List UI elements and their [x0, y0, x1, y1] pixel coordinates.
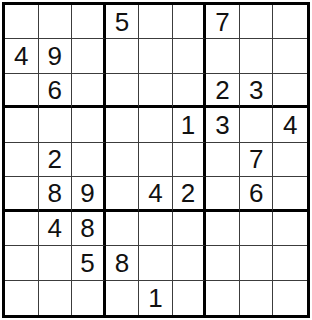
cell-r2c3[interactable]: [72, 39, 106, 73]
cell-r1c4[interactable]: 5: [106, 5, 140, 39]
sudoku-page: 5749623134278942648581: [0, 0, 312, 320]
cell-r6c4[interactable]: [106, 177, 140, 211]
cell-r4c5[interactable]: [139, 108, 173, 142]
cell-r8c2[interactable]: [39, 246, 73, 280]
cell-r2c4[interactable]: [106, 39, 140, 73]
cell-r9c1[interactable]: [5, 281, 39, 315]
cell-r1c8[interactable]: [240, 5, 274, 39]
cell-r6c2[interactable]: 8: [39, 177, 73, 211]
cell-r1c9[interactable]: [273, 5, 307, 39]
cell-r6c3[interactable]: 9: [72, 177, 106, 211]
cell-r4c4[interactable]: [106, 108, 140, 142]
cell-r9c2[interactable]: [39, 281, 73, 315]
cell-r4c8[interactable]: [240, 108, 274, 142]
cell-r4c6[interactable]: 1: [173, 108, 207, 142]
cell-r9c8[interactable]: [240, 281, 274, 315]
cell-r6c9[interactable]: [273, 177, 307, 211]
cell-r2c6[interactable]: [173, 39, 207, 73]
sudoku-board: 5749623134278942648581: [2, 2, 310, 318]
cell-r8c3[interactable]: 5: [72, 246, 106, 280]
cell-r3c2[interactable]: 6: [39, 74, 73, 108]
cell-r2c5[interactable]: [139, 39, 173, 73]
cell-r3c5[interactable]: [139, 74, 173, 108]
cell-r1c7[interactable]: 7: [206, 5, 240, 39]
cell-r9c5[interactable]: 1: [139, 281, 173, 315]
cell-r9c3[interactable]: [72, 281, 106, 315]
cell-r3c7[interactable]: 2: [206, 74, 240, 108]
cell-r1c6[interactable]: [173, 5, 207, 39]
cell-r2c7[interactable]: [206, 39, 240, 73]
cell-r9c6[interactable]: [173, 281, 207, 315]
cell-r1c2[interactable]: [39, 5, 73, 39]
cell-r3c8[interactable]: 3: [240, 74, 274, 108]
cell-r7c9[interactable]: [273, 212, 307, 246]
cell-r6c8[interactable]: 6: [240, 177, 274, 211]
cell-r2c8[interactable]: [240, 39, 274, 73]
cell-r3c6[interactable]: [173, 74, 207, 108]
cell-r7c8[interactable]: [240, 212, 274, 246]
cell-r5c8[interactable]: 7: [240, 143, 274, 177]
cell-r5c5[interactable]: [139, 143, 173, 177]
cell-r7c1[interactable]: [5, 212, 39, 246]
cell-r3c4[interactable]: [106, 74, 140, 108]
cell-r3c1[interactable]: [5, 74, 39, 108]
cell-r7c6[interactable]: [173, 212, 207, 246]
cell-r6c7[interactable]: [206, 177, 240, 211]
cell-r8c6[interactable]: [173, 246, 207, 280]
cell-r5c3[interactable]: [72, 143, 106, 177]
cell-r7c7[interactable]: [206, 212, 240, 246]
cell-r5c2[interactable]: 2: [39, 143, 73, 177]
cell-r7c3[interactable]: 8: [72, 212, 106, 246]
cell-r7c4[interactable]: [106, 212, 140, 246]
cell-r1c1[interactable]: [5, 5, 39, 39]
cell-r7c5[interactable]: [139, 212, 173, 246]
cell-r3c9[interactable]: [273, 74, 307, 108]
cell-r6c6[interactable]: 2: [173, 177, 207, 211]
cell-r9c7[interactable]: [206, 281, 240, 315]
cell-r5c6[interactable]: [173, 143, 207, 177]
cell-r9c4[interactable]: [106, 281, 140, 315]
cell-r4c3[interactable]: [72, 108, 106, 142]
cell-r6c5[interactable]: 4: [139, 177, 173, 211]
cell-r8c8[interactable]: [240, 246, 274, 280]
cell-r8c9[interactable]: [273, 246, 307, 280]
cell-r2c9[interactable]: [273, 39, 307, 73]
cell-r8c7[interactable]: [206, 246, 240, 280]
cell-r4c7[interactable]: 3: [206, 108, 240, 142]
cell-r3c3[interactable]: [72, 74, 106, 108]
cell-r8c5[interactable]: [139, 246, 173, 280]
cell-r8c1[interactable]: [5, 246, 39, 280]
cell-r4c2[interactable]: [39, 108, 73, 142]
cell-r5c9[interactable]: [273, 143, 307, 177]
cell-r1c3[interactable]: [72, 5, 106, 39]
cell-r9c9[interactable]: [273, 281, 307, 315]
cell-r1c5[interactable]: [139, 5, 173, 39]
cell-r7c2[interactable]: 4: [39, 212, 73, 246]
cell-r2c1[interactable]: 4: [5, 39, 39, 73]
cell-r8c4[interactable]: 8: [106, 246, 140, 280]
cell-r4c1[interactable]: [5, 108, 39, 142]
cell-r4c9[interactable]: 4: [273, 108, 307, 142]
cell-r5c4[interactable]: [106, 143, 140, 177]
cell-r5c7[interactable]: [206, 143, 240, 177]
cell-r5c1[interactable]: [5, 143, 39, 177]
cell-r6c1[interactable]: [5, 177, 39, 211]
cell-r2c2[interactable]: 9: [39, 39, 73, 73]
